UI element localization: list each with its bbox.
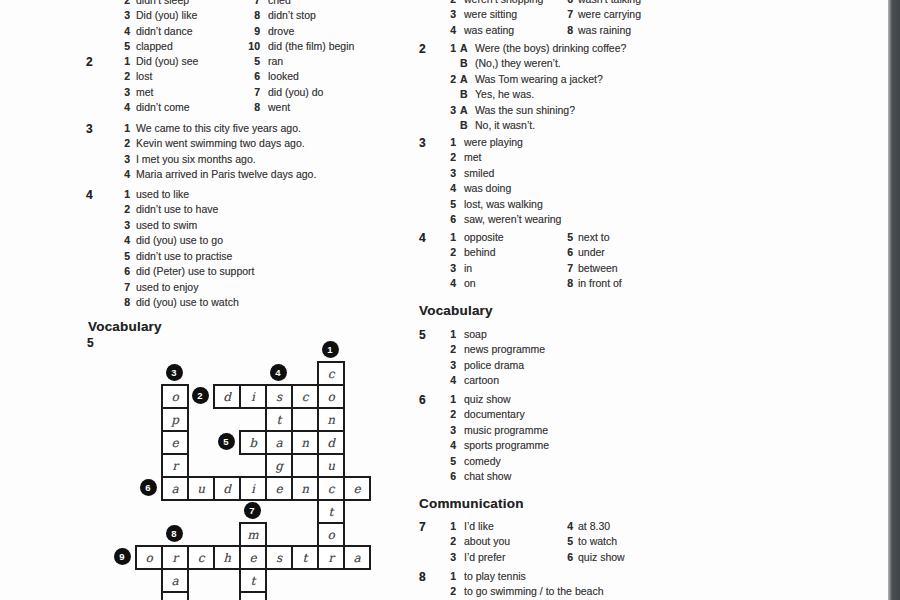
- item-number: 2: [444, 151, 456, 163]
- item-number: 1: [444, 570, 456, 582]
- clue-number-badge: 1: [322, 341, 339, 358]
- item-number: 4: [444, 374, 456, 386]
- crossword-cell: h: [213, 545, 241, 570]
- clue-number-badge: 2: [192, 387, 209, 404]
- crossword-cell: o: [317, 522, 345, 547]
- answer-text: did (you) use to go: [136, 234, 223, 246]
- answer-text: didn’t use to have: [136, 203, 218, 215]
- crossword-cell: d: [317, 430, 345, 455]
- crossword-letter: u: [197, 482, 205, 496]
- answer-text: comedy: [464, 455, 501, 467]
- item-number: 1: [444, 136, 456, 148]
- item-number: 3: [112, 219, 130, 231]
- crossword-letter: s: [276, 551, 282, 565]
- item-number: 1: [444, 393, 456, 405]
- section-heading-vocabulary-right: Vocabulary: [419, 303, 493, 318]
- crossword-letter: t: [303, 551, 308, 565]
- answer-text: did (you) use to watch: [136, 296, 239, 308]
- crossword-cell: u: [187, 476, 215, 501]
- answer-text: music programme: [464, 424, 548, 436]
- answer-text: went: [268, 101, 290, 113]
- crossword-cell: r: [161, 453, 189, 478]
- clue-number-badge: 6: [140, 479, 157, 496]
- answer-text: to go swimming / to the beach: [464, 585, 604, 597]
- crossword-cell: g: [265, 453, 293, 478]
- answer-text: was doing: [464, 182, 511, 194]
- answer-text: lost: [136, 70, 152, 82]
- item-number: 1: [112, 55, 130, 67]
- answer-text: were playing: [464, 136, 523, 148]
- item-number: 2: [444, 0, 456, 5]
- clue-number-badge: 4: [270, 364, 287, 381]
- crossword-letter: a: [171, 482, 178, 496]
- speaker-label: B: [460, 119, 468, 131]
- answer-text: Yes, he was.: [475, 88, 534, 100]
- answer-text: documentary: [464, 408, 525, 420]
- crossword-cell: e: [161, 430, 189, 455]
- crossword-cell: i: [239, 476, 267, 501]
- crossword-letter: p: [171, 413, 179, 427]
- answer-text: used to enjoy: [136, 281, 198, 293]
- answer-text: didn’t stop: [268, 9, 316, 21]
- answer-text: Was the sun shining?: [475, 104, 575, 116]
- answer-text: I’d prefer: [464, 551, 505, 563]
- crossword-cell: r: [161, 545, 189, 570]
- answer-text: about you: [464, 535, 510, 547]
- item-number: 3: [112, 9, 130, 21]
- speaker-label: B: [460, 88, 468, 100]
- crossword-letter: n: [301, 436, 309, 450]
- crossword-cell: c: [291, 384, 319, 409]
- clue-number-badge: 8: [166, 525, 183, 542]
- clue-number-badge: 9: [114, 548, 131, 565]
- item-number: 3: [444, 262, 456, 274]
- answer-text: looked: [268, 70, 299, 82]
- answer-text: wasn’t talking: [578, 0, 641, 5]
- crossword-letter: n: [301, 482, 309, 496]
- item-number: 2: [112, 0, 130, 6]
- answer-text: was eating: [464, 24, 514, 36]
- answer-text: cried: [268, 0, 291, 6]
- crossword-letter: u: [327, 459, 335, 473]
- exercise-number: 2: [86, 55, 93, 69]
- answer-text: to watch: [578, 535, 617, 547]
- answer-text: I’d like: [464, 520, 494, 532]
- answer-text: Did (you) see: [136, 55, 198, 67]
- answer-text: didn’t come: [136, 101, 190, 113]
- answer-text: sports programme: [464, 439, 549, 451]
- answer-text: chat show: [464, 470, 511, 482]
- speaker-label: A: [460, 73, 468, 85]
- answer-text: I met you six months ago.: [136, 153, 256, 165]
- item-number: 2: [112, 203, 130, 215]
- item-number: 3: [444, 104, 456, 116]
- item-number: 8: [238, 9, 260, 21]
- answer-text: lost, was walking: [464, 198, 543, 210]
- item-number: 3: [444, 8, 456, 20]
- crossword-cell: b: [239, 430, 267, 455]
- item-number: 2: [444, 73, 456, 85]
- item-number: 3: [444, 359, 456, 371]
- answer-text: clapped: [136, 40, 173, 52]
- item-number: 2: [444, 535, 456, 547]
- item-number: 5: [112, 250, 130, 262]
- crossword-letter: n: [327, 413, 335, 427]
- crossword-cell: m: [239, 522, 267, 547]
- crossword-letter: o: [327, 528, 334, 542]
- item-number: 4: [112, 25, 130, 37]
- crossword-cell: n: [317, 407, 345, 432]
- exercise-number: 4: [86, 188, 93, 202]
- section-heading-communication: Communication: [419, 496, 524, 511]
- item-number: 5: [444, 455, 456, 467]
- item-number: 6: [561, 551, 573, 563]
- crossword-letter: c: [328, 482, 335, 496]
- item-number: 4: [112, 168, 130, 180]
- crossword-cell: c: [317, 361, 345, 386]
- crossword-letter: r: [328, 551, 334, 565]
- item-number: 8: [561, 277, 573, 289]
- answer-text: used to like: [136, 188, 189, 200]
- speaker-label: B: [460, 57, 468, 69]
- answer-text: in front of: [578, 277, 622, 289]
- answer-text: to play tennis: [464, 570, 526, 582]
- item-number: 2: [444, 408, 456, 420]
- item-number: 1: [112, 188, 130, 200]
- crossword-cell: o: [317, 384, 345, 409]
- item-number: 3: [112, 153, 130, 165]
- item-number: 8: [561, 24, 573, 36]
- item-number: 7: [112, 281, 130, 293]
- crossword-cell: e: [343, 476, 371, 501]
- exercise-number: 7: [419, 520, 426, 534]
- answer-text: No, it wasn’t.: [475, 119, 535, 131]
- answer-text: under: [578, 246, 605, 258]
- item-number: 1: [112, 122, 130, 134]
- item-number: 3: [444, 424, 456, 436]
- item-number: 3: [444, 167, 456, 179]
- crossword-letter: i: [251, 390, 255, 404]
- answer-text: on: [464, 277, 476, 289]
- exercise-number: 3: [86, 122, 93, 136]
- answer-text: in: [464, 262, 472, 274]
- crossword-letter: o: [145, 551, 152, 565]
- item-number: 8: [112, 296, 130, 308]
- crossword-cell: t: [239, 568, 267, 593]
- crossword-letter: e: [353, 482, 360, 496]
- item-number: 5: [561, 231, 573, 243]
- crossword-letter: t: [329, 505, 334, 519]
- crossword-cell: n: [291, 430, 319, 455]
- item-number: 6: [444, 470, 456, 482]
- crossword-letter: e: [275, 482, 282, 496]
- exercise-number: 3: [419, 136, 426, 150]
- answer-text: (No,) they weren’t.: [475, 57, 561, 69]
- crossword-letter: o: [171, 390, 178, 404]
- crossword-cell: e: [239, 545, 267, 570]
- crossword-letter: r: [172, 551, 178, 565]
- item-number: 4: [444, 182, 456, 194]
- answer-text: opposite: [464, 231, 504, 243]
- item-number: 2: [444, 585, 456, 597]
- crossword-cell: e: [265, 476, 293, 501]
- answer-text: at 8.30: [578, 520, 610, 532]
- crossword-cell: c: [317, 476, 345, 501]
- crossword-letter: t: [251, 574, 256, 588]
- answer-text: cartoon: [464, 374, 499, 386]
- item-number: 4: [112, 234, 130, 246]
- crossword-letter: a: [275, 436, 282, 450]
- item-number: 2: [112, 70, 130, 82]
- item-number: 5: [561, 535, 573, 547]
- crossword-letter: a: [249, 597, 256, 600]
- answer-text: did (Peter) use to support: [136, 265, 254, 277]
- answer-text: met: [136, 86, 154, 98]
- answer-text: Maria arrived in Paris twelve days ago.: [136, 168, 316, 180]
- answer-text: police drama: [464, 359, 524, 371]
- answer-text: behind: [464, 246, 496, 258]
- crossword-letter: a: [171, 574, 178, 588]
- crossword-letter: d: [223, 390, 231, 404]
- crossword-cell: o: [135, 545, 163, 570]
- answer-text: Was Tom wearing a jacket?: [475, 73, 603, 85]
- page-edge-shadow: [888, 0, 900, 600]
- answer-text: didn’t dance: [136, 25, 193, 37]
- item-number: 4: [561, 520, 573, 532]
- crossword-letter: o: [327, 390, 334, 404]
- item-number: 6: [561, 246, 573, 258]
- crossword-letter: r: [172, 459, 178, 473]
- crossword-cell: d: [213, 476, 241, 501]
- item-number: 10: [238, 40, 260, 52]
- item-number: 6: [238, 70, 260, 82]
- crossword-cell: t: [265, 407, 293, 432]
- crossword-letter: p: [171, 597, 179, 600]
- item-number: 4: [444, 277, 456, 289]
- item-number: 1: [444, 231, 456, 243]
- crossword-cell: r: [317, 545, 345, 570]
- item-number: 5: [112, 40, 130, 52]
- item-number: 1: [444, 328, 456, 340]
- crossword-cell: d: [213, 384, 241, 409]
- item-number: 7: [238, 86, 260, 98]
- item-number: 6: [112, 265, 130, 277]
- item-number: 2: [112, 137, 130, 149]
- crossword-cell: a: [161, 568, 189, 593]
- answer-text: ran: [268, 55, 283, 67]
- answer-text: Were (the boys) drinking coffee?: [475, 42, 626, 54]
- item-number: 2: [444, 246, 456, 258]
- item-number: 2: [444, 343, 456, 355]
- item-number: 7: [561, 262, 573, 274]
- item-number: 5: [238, 55, 260, 67]
- answer-text: next to: [578, 231, 610, 243]
- answer-text: Did (you) like: [136, 9, 197, 21]
- crossword-cell: t: [317, 499, 345, 524]
- item-number: 1: [444, 42, 456, 54]
- answer-text: were sitting: [464, 8, 517, 20]
- item-number: 8: [238, 101, 260, 113]
- answer-text: used to swim: [136, 219, 197, 231]
- crossword-cell: a: [265, 430, 293, 455]
- crossword-letter: a: [353, 551, 360, 565]
- speaker-label: A: [460, 42, 468, 54]
- exercise-number: 5: [419, 328, 426, 342]
- crossword-cell: s: [265, 384, 293, 409]
- speaker-label: A: [460, 104, 468, 116]
- clue-number-badge: 5: [218, 433, 235, 450]
- crossword-letter: c: [302, 390, 309, 404]
- answer-text: news programme: [464, 343, 545, 355]
- crossword-letter: h: [223, 551, 231, 565]
- answer-text: smiled: [464, 167, 494, 179]
- item-number: 4: [444, 439, 456, 451]
- crossword-cell: t: [291, 545, 319, 570]
- answer-text: was raining: [578, 24, 631, 36]
- crossword-grid: codiscoptnebandrguaudiencetmoorchestraat…: [109, 338, 379, 600]
- crossword-cell: a: [239, 591, 267, 600]
- exercise-number: 4: [419, 231, 426, 245]
- clue-number-badge: 7: [244, 502, 261, 519]
- crossword-letter: e: [249, 551, 256, 565]
- crossword-letter: b: [249, 436, 257, 450]
- crossword-cell: u: [317, 453, 345, 478]
- crossword-cell: o: [161, 384, 189, 409]
- answer-text: didn’t sleep: [136, 0, 189, 6]
- crossword-letter: t: [277, 413, 282, 427]
- exercise-5-label: 5: [87, 336, 94, 350]
- answer-text: drove: [268, 25, 294, 37]
- item-number: 6: [444, 213, 456, 225]
- crossword-cell: p: [161, 407, 189, 432]
- crossword-letter: d: [223, 482, 231, 496]
- exercise-number: 2: [419, 42, 426, 56]
- answer-text: Kevin went swimming two days ago.: [136, 137, 305, 149]
- crossword-cell: s: [265, 545, 293, 570]
- crossword-letter: e: [171, 436, 178, 450]
- answer-text: didn’t use to practise: [136, 250, 232, 262]
- crossword-cell: c: [187, 545, 215, 570]
- answer-text: met: [464, 151, 482, 163]
- crossword-cell: p: [161, 591, 189, 600]
- crossword-cell: a: [161, 476, 189, 501]
- answer-text: We came to this city five years ago.: [136, 122, 301, 134]
- crossword-cell: i: [239, 384, 267, 409]
- answer-text: saw, weren’t wearing: [464, 213, 561, 225]
- crossword-letter: s: [276, 390, 282, 404]
- item-number: 7: [238, 0, 260, 6]
- item-number: 6: [561, 0, 573, 5]
- crossword-cell: n: [291, 476, 319, 501]
- item-number: 7: [561, 8, 573, 20]
- crossword-letter: c: [198, 551, 205, 565]
- item-number: 5: [444, 198, 456, 210]
- answer-text: were carrying: [578, 8, 641, 20]
- crossword-cell: a: [343, 545, 371, 570]
- exercise-number: 6: [419, 393, 426, 407]
- answer-text: between: [578, 262, 618, 274]
- answer-text: weren’t shopping: [464, 0, 543, 5]
- clue-number-badge: 3: [166, 364, 183, 381]
- item-number: 1: [444, 520, 456, 532]
- answer-key-page: 2didn’t sleep7cried3Did (you) like8didn’…: [0, 0, 900, 600]
- item-number: 3: [112, 86, 130, 98]
- section-heading-vocabulary-left: Vocabulary: [88, 319, 162, 334]
- item-number: 3: [444, 551, 456, 563]
- crossword-letter: d: [327, 436, 335, 450]
- crossword-letter: m: [247, 528, 258, 542]
- crossword-letter: c: [328, 367, 335, 381]
- answer-text: soap: [464, 328, 487, 340]
- answer-text: did (you) do: [268, 86, 323, 98]
- answer-text: did (the film) begin: [268, 40, 354, 52]
- item-number: 9: [238, 25, 260, 37]
- answer-text: quiz show: [578, 551, 625, 563]
- exercise-number: 8: [419, 570, 426, 584]
- crossword-letter: i: [251, 482, 255, 496]
- item-number: 4: [112, 101, 130, 113]
- crossword-letter: g: [275, 459, 283, 473]
- answer-text: quiz show: [464, 393, 511, 405]
- item-number: 4: [444, 24, 456, 36]
